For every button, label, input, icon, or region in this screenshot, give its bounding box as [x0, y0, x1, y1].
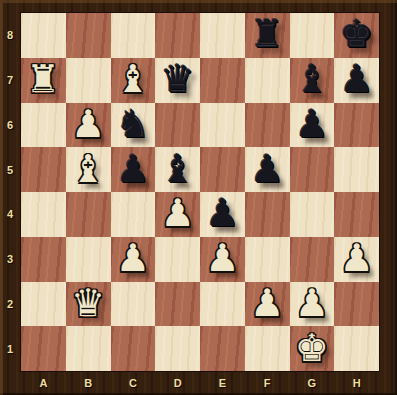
square-g3[interactable] — [290, 237, 335, 282]
square-c3[interactable]: ♟ — [111, 237, 156, 282]
square-f5[interactable]: ♟ — [245, 147, 290, 192]
square-g7[interactable]: ♝ — [290, 58, 335, 103]
square-a6[interactable] — [21, 103, 66, 148]
square-b3[interactable] — [66, 237, 111, 282]
black-pawn-piece[interactable]: ♟ — [116, 150, 150, 188]
square-e6[interactable] — [200, 103, 245, 148]
square-e3[interactable]: ♟ — [200, 237, 245, 282]
white-queen-piece[interactable]: ♛ — [71, 284, 105, 322]
white-pawn-piece[interactable]: ♟ — [340, 239, 374, 277]
square-d4[interactable]: ♟ — [155, 192, 200, 237]
square-g1[interactable]: ♚ — [290, 326, 335, 371]
square-h5[interactable] — [334, 147, 379, 192]
rank-label-4: 4 — [0, 192, 20, 237]
square-e4[interactable]: ♟ — [200, 192, 245, 237]
square-c6[interactable]: ♞ — [111, 103, 156, 148]
square-h1[interactable] — [334, 326, 379, 371]
square-b4[interactable] — [66, 192, 111, 237]
white-pawn-piece[interactable]: ♟ — [295, 284, 329, 322]
rank-label-7: 7 — [0, 58, 20, 103]
square-b2[interactable]: ♛ — [66, 282, 111, 327]
square-d3[interactable] — [155, 237, 200, 282]
black-bishop-piece[interactable]: ♝ — [161, 150, 195, 188]
square-f2[interactable]: ♟ — [245, 282, 290, 327]
square-e1[interactable] — [200, 326, 245, 371]
square-b1[interactable] — [66, 326, 111, 371]
white-rook-piece[interactable]: ♜ — [26, 60, 60, 98]
white-bishop-piece[interactable]: ♝ — [71, 150, 105, 188]
square-a2[interactable] — [21, 282, 66, 327]
rank-label-5: 5 — [0, 147, 20, 192]
black-pawn-piece[interactable]: ♟ — [250, 150, 284, 188]
square-h8[interactable]: ♚ — [334, 13, 379, 58]
rank-label-1: 1 — [0, 326, 20, 371]
square-h6[interactable] — [334, 103, 379, 148]
square-a4[interactable] — [21, 192, 66, 237]
rank-labels: 87654321 — [0, 13, 20, 371]
square-c5[interactable]: ♟ — [111, 147, 156, 192]
square-g6[interactable]: ♟ — [290, 103, 335, 148]
chess-board: ♜♚♜♝♛♝♟♟♞♟♝♟♝♟♟♟♟♟♟♛♟♟♚ — [20, 12, 380, 372]
square-d8[interactable] — [155, 13, 200, 58]
square-b8[interactable] — [66, 13, 111, 58]
square-c2[interactable] — [111, 282, 156, 327]
chess-board-window: 87654321 ♜♚♜♝♛♝♟♟♞♟♝♟♝♟♟♟♟♟♟♛♟♟♚ ABCDEFG… — [0, 0, 397, 395]
file-label-c: C — [111, 371, 156, 395]
file-label-g: G — [290, 371, 335, 395]
square-c4[interactable] — [111, 192, 156, 237]
black-knight-piece[interactable]: ♞ — [116, 105, 150, 143]
square-f7[interactable] — [245, 58, 290, 103]
square-a8[interactable] — [21, 13, 66, 58]
square-h7[interactable]: ♟ — [334, 58, 379, 103]
square-a5[interactable] — [21, 147, 66, 192]
square-e5[interactable] — [200, 147, 245, 192]
black-pawn-piece[interactable]: ♟ — [295, 105, 329, 143]
file-label-h: H — [334, 371, 379, 395]
file-label-b: B — [66, 371, 111, 395]
square-d6[interactable] — [155, 103, 200, 148]
black-rook-piece[interactable]: ♜ — [250, 15, 284, 53]
square-c7[interactable]: ♝ — [111, 58, 156, 103]
square-d7[interactable]: ♛ — [155, 58, 200, 103]
rank-label-2: 2 — [0, 282, 20, 327]
square-g5[interactable] — [290, 147, 335, 192]
square-g8[interactable] — [290, 13, 335, 58]
white-pawn-piece[interactable]: ♟ — [116, 239, 150, 277]
square-b6[interactable]: ♟ — [66, 103, 111, 148]
rank-label-6: 6 — [0, 103, 20, 148]
rank-label-8: 8 — [0, 13, 20, 58]
black-pawn-piece[interactable]: ♟ — [205, 194, 239, 232]
square-g4[interactable] — [290, 192, 335, 237]
white-pawn-piece[interactable]: ♟ — [250, 284, 284, 322]
square-f3[interactable] — [245, 237, 290, 282]
square-b7[interactable] — [66, 58, 111, 103]
black-king-piece[interactable]: ♚ — [340, 15, 374, 53]
square-f4[interactable] — [245, 192, 290, 237]
square-h3[interactable]: ♟ — [334, 237, 379, 282]
square-c1[interactable] — [111, 326, 156, 371]
square-f8[interactable]: ♜ — [245, 13, 290, 58]
file-label-e: E — [200, 371, 245, 395]
file-labels: ABCDEFGH — [21, 371, 379, 395]
square-e7[interactable] — [200, 58, 245, 103]
square-h2[interactable] — [334, 282, 379, 327]
square-e8[interactable] — [200, 13, 245, 58]
file-label-d: D — [155, 371, 200, 395]
square-d2[interactable] — [155, 282, 200, 327]
white-bishop-piece[interactable]: ♝ — [116, 60, 150, 98]
square-d1[interactable] — [155, 326, 200, 371]
square-a7[interactable]: ♜ — [21, 58, 66, 103]
black-pawn-piece[interactable]: ♟ — [340, 60, 374, 98]
square-e2[interactable] — [200, 282, 245, 327]
square-b5[interactable]: ♝ — [66, 147, 111, 192]
black-bishop-piece[interactable]: ♝ — [295, 60, 329, 98]
white-pawn-piece[interactable]: ♟ — [205, 239, 239, 277]
square-h4[interactable] — [334, 192, 379, 237]
square-g2[interactable]: ♟ — [290, 282, 335, 327]
file-label-f: F — [245, 371, 290, 395]
black-queen-piece[interactable]: ♛ — [161, 60, 195, 98]
white-king-piece[interactable]: ♚ — [295, 329, 329, 367]
square-f1[interactable] — [245, 326, 290, 371]
file-label-a: A — [21, 371, 66, 395]
square-d5[interactable]: ♝ — [155, 147, 200, 192]
white-pawn-piece[interactable]: ♟ — [161, 194, 195, 232]
square-f6[interactable] — [245, 103, 290, 148]
square-a1[interactable] — [21, 326, 66, 371]
white-pawn-piece[interactable]: ♟ — [71, 105, 105, 143]
square-c8[interactable] — [111, 13, 156, 58]
square-a3[interactable] — [21, 237, 66, 282]
rank-label-3: 3 — [0, 237, 20, 282]
